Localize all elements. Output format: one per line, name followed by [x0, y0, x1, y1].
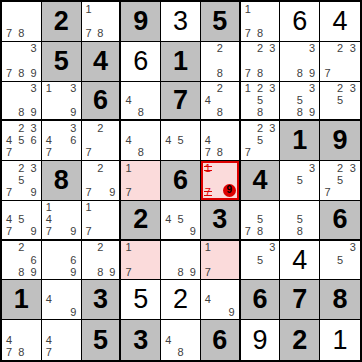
candidate-1: 1 [242, 83, 254, 95]
candidate-2: 2 [15, 162, 27, 174]
solved-digit: 1 [333, 327, 348, 354]
cell-r6c6[interactable]: 3 [201, 201, 241, 241]
candidate-3: 3 [346, 162, 359, 174]
given-digit: 3 [133, 327, 148, 354]
candidate-7: 7 [202, 147, 214, 159]
pencil-marks: 49 [202, 281, 238, 318]
cell-r6c7[interactable]: 578 [241, 201, 281, 241]
candidate-1: 1 [122, 242, 134, 254]
pencil-marks: 2357 [321, 162, 359, 199]
cell-r4c8[interactable]: 1 [280, 121, 320, 161]
pencil-marks: 35 [281, 162, 318, 199]
cell-r4c1[interactable]: 234567 [2, 121, 42, 161]
given-digit: 8 [333, 286, 348, 313]
pencil-marks: 2357 [242, 122, 279, 159]
candidate-1: 1 [43, 202, 55, 214]
cell-r3c8[interactable]: 3589 [280, 82, 320, 122]
given-digit: 5 [93, 327, 108, 354]
pencil-marks: 49 [43, 281, 80, 318]
candidate-3: 3 [306, 162, 318, 174]
candidate-9: 9 [226, 306, 238, 318]
candidate-8: 8 [94, 266, 106, 278]
candidate-4: 4 [43, 294, 55, 306]
cell-r2c8[interactable]: 389 [280, 42, 320, 82]
pencil-marks: 27 [83, 122, 119, 159]
cell-r5c7[interactable]: 4 [241, 161, 281, 201]
candidate-2: 2 [94, 242, 106, 254]
pencil-marks: 48 [162, 321, 199, 359]
pencil-marks: 2378 [242, 43, 279, 80]
pencil-marks: 3789 [3, 43, 40, 80]
candidate-5: 5 [15, 174, 27, 186]
pencil-marks: 178 [242, 3, 279, 40]
cell-r7c5[interactable]: 89 [161, 241, 201, 281]
pencil-marks: 279 [83, 162, 119, 199]
candidate-8: 8 [214, 106, 226, 118]
candidate-8: 8 [135, 106, 147, 118]
pencil-marks: 35 [321, 242, 359, 279]
cell-r2c1[interactable]: 3789 [2, 42, 42, 82]
given-digit: 6 [93, 87, 108, 114]
candidate-7: 7 [83, 187, 95, 199]
cell-r5c3[interactable]: 279 [82, 161, 122, 201]
candidate-7: 7 [83, 28, 95, 40]
candidate-4: 4 [3, 214, 15, 226]
cell-r4c3[interactable]: 27 [82, 121, 122, 161]
cell-r9c7[interactable]: 9 [241, 320, 281, 360]
cell-r3c9[interactable]: 235 [320, 82, 360, 122]
candidate-1: 1 [83, 3, 95, 15]
candidate-3: 3 [346, 242, 359, 254]
candidate-1: 1 [242, 3, 254, 15]
candidate-8: 8 [135, 147, 147, 159]
candidate-9: 9 [306, 67, 318, 79]
cell-r1c5[interactable]: 3 [161, 2, 201, 42]
candidate-5: 5 [254, 135, 266, 147]
cell-r7c9[interactable]: 35 [320, 241, 360, 281]
cell-r6c1[interactable]: 4579 [2, 201, 42, 241]
solved-digit: 9 [253, 327, 268, 354]
candidate-7: 7 [3, 346, 15, 359]
pencil-marks: 48 [122, 83, 159, 119]
candidate-4: 4 [202, 135, 214, 147]
candidate-7: 7 [43, 346, 55, 359]
candidate-4: 4 [3, 135, 15, 147]
candidate-7: 7 [242, 67, 254, 79]
candidate-7-eliminated: 7 [202, 187, 214, 199]
pencil-marks: 17 [83, 202, 119, 238]
candidate-7: 7 [83, 147, 95, 159]
candidate-8: 8 [214, 147, 226, 159]
cell-r9c5[interactable]: 48 [161, 320, 201, 360]
candidate-3: 3 [306, 83, 318, 95]
cell-r8c7[interactable]: 6 [241, 280, 281, 320]
cell-r1c3[interactable]: 178 [82, 2, 122, 42]
cell-r1c7[interactable]: 178 [241, 2, 281, 42]
given-digit: 3 [212, 206, 227, 233]
candidate-6: 6 [67, 135, 79, 147]
given-digit: 1 [292, 127, 307, 154]
candidate-5: 5 [294, 94, 306, 106]
given-digit: 2 [54, 8, 69, 35]
pencil-marks: 2689 [3, 242, 40, 279]
cell-r2c6[interactable]: 28 [201, 42, 241, 82]
pencil-marks: 3589 [281, 83, 318, 119]
cell-r7c1[interactable]: 2689 [2, 241, 42, 281]
candidate-7: 7 [3, 67, 15, 79]
candidate-3: 3 [28, 43, 40, 55]
cell-r6c4[interactable]: 2 [121, 201, 161, 241]
pencil-marks: 289 [83, 242, 119, 279]
candidate-9: 9 [28, 187, 40, 199]
candidate-8: 8 [174, 346, 186, 359]
cell-r2c5[interactable]: 1 [161, 42, 201, 82]
cell-r3c4[interactable]: 48 [121, 82, 161, 122]
pencil-marks: 1479 [43, 202, 80, 238]
solved-digit: 3 [173, 8, 188, 35]
given-digit: 5 [54, 48, 69, 75]
candidate-8: 8 [294, 67, 306, 79]
given-digit: 4 [93, 48, 108, 75]
cell-r4c4[interactable]: 48 [121, 121, 161, 161]
cell-r4c5[interactable]: 45 [161, 121, 201, 161]
candidate-8: 8 [214, 67, 226, 79]
candidate-2: 2 [254, 83, 266, 95]
solved-digit: 6 [292, 8, 307, 35]
cell-r7c2[interactable]: 69 [42, 241, 82, 281]
pencil-marks: 47 [43, 321, 80, 359]
candidate-7: 7 [122, 266, 134, 278]
candidate-1: 1 [43, 83, 55, 95]
candidate-3: 3 [266, 43, 278, 55]
candidate-3: 3 [306, 43, 318, 55]
given-digit: 1 [14, 286, 29, 313]
candidate-6: 6 [28, 254, 40, 266]
candidate-6: 6 [67, 254, 79, 266]
pencil-marks: 139 [43, 83, 80, 119]
cell-r5c1[interactable]: 23579 [2, 161, 42, 201]
cell-r3c6[interactable]: 248 [201, 82, 241, 122]
cell-r3c2[interactable]: 139 [42, 82, 82, 122]
pencil-marks: 478 [3, 321, 40, 359]
candidate-7: 7 [242, 147, 254, 159]
candidate-3: 3 [266, 242, 278, 254]
pencil-marks: 478 [202, 122, 238, 159]
pencil-marks: 234567 [3, 122, 40, 159]
cell-r8c3[interactable]: 3 [82, 280, 122, 320]
candidate-5: 5 [334, 174, 347, 186]
candidate-2: 2 [334, 83, 347, 95]
cell-r6c8[interactable]: 58 [280, 201, 320, 241]
cell-r2c9[interactable]: 237 [320, 42, 360, 82]
candidate-3: 3 [28, 162, 40, 174]
candidate-5: 5 [174, 135, 186, 147]
candidate-2: 2 [15, 122, 27, 134]
candidate-4: 4 [162, 214, 174, 226]
sudoku-board: 7821789351786437895461282378389237389139… [0, 0, 362, 362]
cell-r2c7[interactable]: 2378 [241, 42, 281, 82]
candidate-8: 8 [254, 28, 266, 40]
cell-r3c3[interactable]: 6 [82, 82, 122, 122]
pencil-marks: 12358 [242, 83, 279, 119]
pencil-marks: 578 [242, 202, 279, 238]
cell-r1c8[interactable]: 6 [280, 2, 320, 42]
candidate-4: 4 [43, 135, 55, 147]
candidate-3: 3 [346, 43, 359, 55]
pencil-marks: 3467 [43, 122, 80, 159]
candidate-2: 2 [254, 43, 266, 55]
pencil-marks: 237 [321, 43, 359, 80]
candidate-5: 5 [254, 214, 266, 226]
cell-r9c8[interactable]: 2 [280, 320, 320, 360]
candidate-2: 2 [94, 162, 106, 174]
candidate-4: 4 [162, 334, 174, 347]
candidate-3: 3 [28, 122, 40, 134]
given-digit: 6 [212, 327, 227, 354]
candidate-7: 7 [83, 226, 95, 238]
candidate-2: 2 [254, 122, 266, 134]
cell-r9c6[interactable]: 6 [201, 320, 241, 360]
given-digit: 7 [173, 87, 188, 114]
cell-r8c2[interactable]: 49 [42, 280, 82, 320]
pencil-marks: 235 [321, 83, 359, 119]
candidate-4: 4 [202, 294, 214, 306]
cell-r2c3[interactable]: 4 [82, 42, 122, 82]
cell-r4c2[interactable]: 3467 [42, 121, 82, 161]
candidate-3: 3 [266, 83, 278, 95]
cell-r1c6[interactable]: 5 [201, 2, 241, 42]
given-digit: 9 [133, 8, 148, 35]
candidate-9: 9 [106, 187, 118, 199]
candidate-7: 7 [202, 266, 214, 278]
cell-r5c6[interactable]: 179 [201, 161, 241, 201]
cell-r9c1[interactable]: 478 [2, 320, 42, 360]
candidate-1: 1 [83, 202, 95, 214]
candidate-5: 5 [334, 254, 347, 266]
candidate-3: 3 [67, 122, 79, 134]
cell-r8c5[interactable]: 2 [161, 280, 201, 320]
candidate-7: 7 [43, 226, 55, 238]
candidate-7: 7 [3, 147, 15, 159]
candidate-5: 5 [15, 135, 27, 147]
candidate-1: 1 [122, 162, 134, 174]
cell-r6c2[interactable]: 1479 [42, 201, 82, 241]
cell-r8c9[interactable]: 8 [320, 280, 360, 320]
candidate-5: 5 [334, 94, 347, 106]
cell-r7c7[interactable]: 35 [241, 241, 281, 281]
candidate-9: 9 [187, 266, 199, 278]
candidate-9-placed: 9 [223, 184, 236, 197]
candidate-5: 5 [174, 214, 186, 226]
pencil-marks: 17 [122, 242, 159, 279]
pencil-marks: 35 [242, 242, 279, 279]
candidate-4: 4 [122, 135, 134, 147]
candidate-8: 8 [254, 226, 266, 238]
candidate-1: 1 [202, 242, 214, 254]
cell-r5c8[interactable]: 35 [280, 161, 320, 201]
pencil-marks: 58 [281, 202, 318, 238]
cell-r7c4[interactable]: 17 [121, 241, 161, 281]
pencil-marks: 23579 [3, 162, 40, 199]
cell-r3c7[interactable]: 12358 [241, 82, 281, 122]
solved-digit: 5 [133, 286, 148, 313]
cell-r5c9[interactable]: 2357 [320, 161, 360, 201]
pencil-marks: 78 [3, 3, 40, 40]
cell-r1c2[interactable]: 2 [42, 2, 82, 42]
candidate-1-eliminated: 1 [202, 162, 214, 174]
candidate-7: 7 [242, 226, 254, 238]
given-digit: 6 [173, 167, 188, 194]
candidate-4: 4 [43, 334, 55, 347]
candidate-5: 5 [254, 254, 266, 266]
pencil-marks: 389 [3, 83, 40, 119]
candidate-3: 3 [67, 83, 79, 95]
given-digit: 1 [173, 48, 188, 75]
candidate-8: 8 [15, 266, 27, 278]
pencil-marks: 17 [202, 242, 238, 279]
candidate-7: 7 [122, 187, 134, 199]
pencil-marks: 389 [281, 43, 318, 80]
pencil-marks: 178 [83, 3, 119, 40]
given-digit: 5 [212, 8, 227, 35]
cell-r5c2[interactable]: 8 [42, 161, 82, 201]
candidate-6: 6 [28, 135, 40, 147]
candidate-5: 5 [15, 214, 27, 226]
candidate-8: 8 [294, 106, 306, 118]
given-digit: 8 [54, 167, 69, 194]
cell-r6c5[interactable]: 459 [161, 201, 201, 241]
cell-r7c6[interactable]: 17 [201, 241, 241, 281]
solved-digit: 4 [333, 8, 348, 35]
candidate-7: 7 [3, 226, 15, 238]
candidate-8: 8 [15, 67, 27, 79]
cell-r9c3[interactable]: 5 [82, 320, 122, 360]
candidate-8: 8 [174, 266, 186, 278]
candidate-9: 9 [28, 106, 40, 118]
candidate-9: 9 [67, 226, 79, 238]
candidate-2: 2 [334, 43, 347, 55]
candidate-3: 3 [28, 83, 40, 95]
cell-r6c9[interactable]: 6 [320, 201, 360, 241]
candidate-7: 7 [321, 187, 334, 199]
cell-r7c3[interactable]: 289 [82, 241, 122, 281]
candidate-5: 5 [254, 94, 266, 106]
candidate-2: 2 [94, 122, 106, 134]
cell-r5c4[interactable]: 17 [121, 161, 161, 201]
cell-r5c5[interactable]: 6 [161, 161, 201, 201]
candidate-8: 8 [254, 67, 266, 79]
candidate-2: 2 [334, 162, 347, 174]
given-digit: 2 [133, 206, 148, 233]
cell-r9c4[interactable]: 3 [121, 320, 161, 360]
given-digit: 6 [253, 286, 268, 313]
candidate-4: 4 [3, 334, 15, 347]
candidate-7: 7 [3, 187, 15, 199]
candidate-3: 3 [346, 83, 359, 95]
given-digit: 2 [292, 327, 307, 354]
cell-r8c1[interactable]: 1 [2, 280, 42, 320]
cell-r4c9[interactable]: 9 [320, 121, 360, 161]
candidate-9: 9 [67, 306, 79, 318]
candidate-9: 9 [187, 226, 199, 238]
cell-r8c6[interactable]: 49 [201, 280, 241, 320]
pencil-marks: 4579 [3, 202, 40, 238]
candidate-8: 8 [15, 346, 27, 359]
candidate-4: 4 [43, 214, 55, 226]
given-digit: 4 [253, 167, 268, 194]
candidate-4: 4 [122, 94, 134, 106]
candidate-9: 9 [106, 266, 118, 278]
cell-r9c9[interactable]: 1 [320, 320, 360, 360]
candidate-5: 5 [294, 174, 306, 186]
candidate-3: 3 [266, 122, 278, 134]
cell-r3c1[interactable]: 389 [2, 82, 42, 122]
candidate-2: 2 [214, 83, 226, 95]
candidate-7: 7 [3, 28, 15, 40]
candidate-7: 7 [43, 147, 55, 159]
candidate-9: 9 [67, 106, 79, 118]
candidate-2: 2 [15, 242, 27, 254]
cell-r9c2[interactable]: 47 [42, 320, 82, 360]
pencil-marks: 459 [162, 202, 199, 238]
cell-r6c3[interactable]: 17 [82, 201, 122, 241]
candidate-9: 9 [28, 67, 40, 79]
solved-digit: 2 [173, 286, 188, 313]
pencil-marks: 179 [202, 162, 238, 199]
pencil-marks: 69 [43, 242, 80, 279]
cell-r8c8[interactable]: 7 [280, 280, 320, 320]
pencil-marks: 17 [122, 162, 159, 199]
given-digit: 3 [93, 286, 108, 313]
pencil-marks: 248 [202, 83, 238, 119]
pencil-marks: 28 [202, 43, 238, 80]
candidate-9: 9 [28, 266, 40, 278]
solved-digit: 4 [292, 247, 307, 274]
candidate-8: 8 [15, 28, 27, 40]
cell-r8c4[interactable]: 5 [121, 280, 161, 320]
cell-r3c5[interactable]: 7 [161, 82, 201, 122]
candidate-9: 9 [28, 226, 40, 238]
pencil-marks: 48 [122, 122, 159, 159]
candidate-8: 8 [294, 226, 306, 238]
candidate-4: 4 [202, 94, 214, 106]
cell-r2c2[interactable]: 5 [42, 42, 82, 82]
cell-r1c9[interactable]: 4 [320, 2, 360, 42]
given-digit: 6 [333, 206, 348, 233]
solved-digit: 6 [133, 48, 148, 75]
candidate-9: 9 [306, 106, 318, 118]
cell-r1c4[interactable]: 9 [121, 2, 161, 42]
pencil-marks: 89 [162, 242, 199, 279]
candidate-8: 8 [94, 28, 106, 40]
candidate-2: 2 [214, 43, 226, 55]
candidate-8: 8 [15, 106, 27, 118]
cell-r7c8[interactable]: 4 [280, 241, 320, 281]
candidate-7: 7 [321, 67, 334, 79]
pencil-marks: 45 [162, 122, 199, 159]
cell-r2c4[interactable]: 6 [121, 42, 161, 82]
given-digit: 9 [333, 127, 348, 154]
candidate-8: 8 [254, 106, 266, 118]
candidate-5: 5 [294, 214, 306, 226]
cell-r4c7[interactable]: 2357 [241, 121, 281, 161]
cell-r1c1[interactable]: 78 [2, 2, 42, 42]
candidate-9: 9 [67, 266, 79, 278]
candidate-4: 4 [162, 135, 174, 147]
given-digit: 7 [292, 286, 307, 313]
cell-r4c6[interactable]: 478 [201, 121, 241, 161]
candidate-7: 7 [242, 28, 254, 40]
